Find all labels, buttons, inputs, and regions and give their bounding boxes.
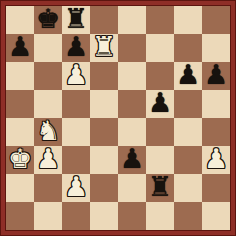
square-e3[interactable]: ♟ <box>118 146 146 174</box>
square-f7[interactable] <box>146 34 174 62</box>
square-c6[interactable]: ♟ <box>62 62 90 90</box>
square-a7[interactable]: ♟ <box>6 34 34 62</box>
square-c3[interactable] <box>62 146 90 174</box>
square-h3[interactable]: ♟ <box>202 146 230 174</box>
white-rook-d7: ♜ <box>92 34 116 61</box>
black-pawn-f5: ♟ <box>148 90 172 117</box>
square-h4[interactable] <box>202 118 230 146</box>
square-f3[interactable] <box>146 146 174 174</box>
square-f1[interactable] <box>146 202 174 230</box>
square-c1[interactable] <box>62 202 90 230</box>
square-c4[interactable] <box>62 118 90 146</box>
white-king-a3: ♚ <box>8 146 32 173</box>
square-h6[interactable]: ♟ <box>202 62 230 90</box>
white-pawn-h3: ♟ <box>204 146 228 173</box>
square-d6[interactable] <box>90 62 118 90</box>
square-d8[interactable] <box>90 6 118 34</box>
square-f4[interactable] <box>146 118 174 146</box>
square-a5[interactable] <box>6 90 34 118</box>
square-a3[interactable]: ♚ <box>6 146 34 174</box>
square-c2[interactable]: ♟ <box>62 174 90 202</box>
black-rook-f2: ♜ <box>148 174 172 201</box>
white-pawn-b3: ♟ <box>36 146 60 173</box>
square-h8[interactable] <box>202 6 230 34</box>
black-pawn-a7: ♟ <box>8 34 32 61</box>
square-a2[interactable] <box>6 174 34 202</box>
black-rook-c8: ♜ <box>64 6 88 33</box>
square-b6[interactable] <box>34 62 62 90</box>
square-g5[interactable] <box>174 90 202 118</box>
square-d4[interactable] <box>90 118 118 146</box>
square-f6[interactable] <box>146 62 174 90</box>
square-b1[interactable] <box>34 202 62 230</box>
square-b2[interactable] <box>34 174 62 202</box>
square-g8[interactable] <box>174 6 202 34</box>
square-d5[interactable] <box>90 90 118 118</box>
chess-board-frame: ♚♜♟♟♜♟♟♟♟♞♚♟♟♟♟♜ <box>0 0 236 236</box>
square-h1[interactable] <box>202 202 230 230</box>
square-a1[interactable] <box>6 202 34 230</box>
square-e1[interactable] <box>118 202 146 230</box>
black-pawn-g6: ♟ <box>176 62 200 89</box>
square-g1[interactable] <box>174 202 202 230</box>
square-g2[interactable] <box>174 174 202 202</box>
square-g4[interactable] <box>174 118 202 146</box>
square-h7[interactable] <box>202 34 230 62</box>
chess-board: ♚♜♟♟♜♟♟♟♟♞♚♟♟♟♟♜ <box>6 6 230 230</box>
square-g7[interactable] <box>174 34 202 62</box>
square-a8[interactable] <box>6 6 34 34</box>
square-g3[interactable] <box>174 146 202 174</box>
square-b5[interactable] <box>34 90 62 118</box>
square-h2[interactable] <box>202 174 230 202</box>
square-c8[interactable]: ♜ <box>62 6 90 34</box>
square-c5[interactable] <box>62 90 90 118</box>
square-f2[interactable]: ♜ <box>146 174 174 202</box>
square-b7[interactable] <box>34 34 62 62</box>
white-pawn-c6: ♟ <box>64 62 88 89</box>
square-e7[interactable] <box>118 34 146 62</box>
square-d2[interactable] <box>90 174 118 202</box>
square-e2[interactable] <box>118 174 146 202</box>
black-pawn-h6: ♟ <box>204 62 228 89</box>
square-f8[interactable] <box>146 6 174 34</box>
square-h5[interactable] <box>202 90 230 118</box>
square-d3[interactable] <box>90 146 118 174</box>
square-e5[interactable] <box>118 90 146 118</box>
square-e4[interactable] <box>118 118 146 146</box>
white-knight-b4: ♞ <box>36 118 60 145</box>
square-e6[interactable] <box>118 62 146 90</box>
black-king-b8: ♚ <box>36 6 60 33</box>
square-g6[interactable]: ♟ <box>174 62 202 90</box>
square-a4[interactable] <box>6 118 34 146</box>
square-d7[interactable]: ♜ <box>90 34 118 62</box>
square-d1[interactable] <box>90 202 118 230</box>
square-e8[interactable] <box>118 6 146 34</box>
square-b8[interactable]: ♚ <box>34 6 62 34</box>
square-a6[interactable] <box>6 62 34 90</box>
black-pawn-c7: ♟ <box>64 34 88 61</box>
square-b3[interactable]: ♟ <box>34 146 62 174</box>
square-b4[interactable]: ♞ <box>34 118 62 146</box>
square-f5[interactable]: ♟ <box>146 90 174 118</box>
white-pawn-c2: ♟ <box>64 174 88 201</box>
black-pawn-e3: ♟ <box>120 146 144 173</box>
square-c7[interactable]: ♟ <box>62 34 90 62</box>
